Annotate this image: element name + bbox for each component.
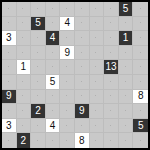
cell-r6c1[interactable] (17, 90, 32, 105)
clue-number: 1 (123, 33, 129, 43)
clue-number: 3 (6, 33, 12, 43)
cell-r8c4[interactable] (60, 119, 75, 134)
cell-r9c5[interactable]: 8 (75, 133, 90, 148)
cell-r2c1[interactable] (17, 31, 32, 46)
clue-number: 5 (50, 77, 56, 87)
cell-r8c3[interactable]: 4 (46, 119, 61, 134)
cell-r3c8[interactable] (119, 46, 134, 61)
cell-r5c5[interactable] (75, 75, 90, 90)
cell-r5c6[interactable] (90, 75, 105, 90)
cell-r2c0[interactable]: 3 (2, 31, 17, 46)
cell-r4c5[interactable] (75, 60, 90, 75)
cell-r4c1[interactable]: 1 (17, 60, 32, 75)
cell-r6c9[interactable]: 8 (133, 90, 148, 105)
cell-r7c5[interactable]: 9 (75, 104, 90, 119)
cell-r3c0[interactable] (2, 46, 17, 61)
clue-number: 2 (21, 136, 27, 146)
cell-r2c5[interactable] (75, 31, 90, 46)
cell-r0c3[interactable] (46, 2, 61, 17)
cell-r7c8[interactable] (119, 104, 134, 119)
cell-r1c4[interactable]: 4 (60, 17, 75, 32)
cell-r3c5[interactable] (75, 46, 90, 61)
cell-r8c2[interactable] (31, 119, 46, 134)
cell-r0c6[interactable] (90, 2, 105, 17)
puzzle-board: 55434191135982934528 (0, 0, 150, 150)
cell-r2c3[interactable]: 4 (46, 31, 61, 46)
cell-r9c6[interactable] (90, 133, 105, 148)
cell-r4c4[interactable] (60, 60, 75, 75)
clue-number: 9 (64, 48, 70, 58)
cell-r6c7[interactable] (104, 90, 119, 105)
cell-r9c2[interactable] (31, 133, 46, 148)
cell-r6c2[interactable] (31, 90, 46, 105)
clue-number: 8 (79, 136, 85, 146)
cell-r8c5[interactable] (75, 119, 90, 134)
cell-r0c4[interactable] (60, 2, 75, 17)
cell-r2c7[interactable] (104, 31, 119, 46)
cell-r6c8[interactable] (119, 90, 134, 105)
cell-r2c9[interactable] (133, 31, 148, 46)
clue-number: 9 (6, 91, 12, 101)
cell-r4c7[interactable]: 13 (104, 60, 119, 75)
cell-r5c7[interactable] (104, 75, 119, 90)
cell-r7c9[interactable] (133, 104, 148, 119)
cell-r0c5[interactable] (75, 2, 90, 17)
cell-r4c9[interactable] (133, 60, 148, 75)
cell-r7c7[interactable] (104, 104, 119, 119)
cell-r2c4[interactable] (60, 31, 75, 46)
clue-number: 13 (105, 62, 116, 72)
cell-r5c3[interactable]: 5 (46, 75, 61, 90)
cell-r5c9[interactable] (133, 75, 148, 90)
cell-r1c1[interactable] (17, 17, 32, 32)
clue-number: 5 (123, 4, 129, 14)
clue-number: 2 (35, 106, 41, 116)
cell-r7c1[interactable] (17, 104, 32, 119)
cell-r9c4[interactable] (60, 133, 75, 148)
cell-r3c7[interactable] (104, 46, 119, 61)
cell-r3c4[interactable]: 9 (60, 46, 75, 61)
cell-r5c0[interactable] (2, 75, 17, 90)
cell-r0c9[interactable] (133, 2, 148, 17)
cell-r3c1[interactable] (17, 46, 32, 61)
cell-r4c8[interactable] (119, 60, 134, 75)
cell-r1c5[interactable] (75, 17, 90, 32)
cell-r1c7[interactable] (104, 17, 119, 32)
cell-r8c6[interactable] (90, 119, 105, 134)
cell-r8c1[interactable] (17, 119, 32, 134)
clue-number: 5 (138, 121, 144, 131)
cell-r9c1[interactable]: 2 (17, 133, 32, 148)
cell-r5c4[interactable] (60, 75, 75, 90)
clue-number: 9 (79, 106, 85, 116)
cell-r3c9[interactable] (133, 46, 148, 61)
cell-r4c3[interactable] (46, 60, 61, 75)
cell-r1c9[interactable] (133, 17, 148, 32)
cell-r9c9[interactable] (133, 133, 148, 148)
cell-r1c3[interactable] (46, 17, 61, 32)
cell-r5c2[interactable] (31, 75, 46, 90)
cell-r4c2[interactable] (31, 60, 46, 75)
cell-r6c6[interactable] (90, 90, 105, 105)
cell-r8c8[interactable] (119, 119, 134, 134)
cell-r3c6[interactable] (90, 46, 105, 61)
cell-r0c1[interactable] (17, 2, 32, 17)
clue-number: 4 (50, 121, 56, 131)
cell-r1c0[interactable] (2, 17, 17, 32)
cell-r8c0[interactable]: 3 (2, 119, 17, 134)
cell-r4c0[interactable] (2, 60, 17, 75)
cell-r0c8[interactable]: 5 (119, 2, 134, 17)
cell-r5c8[interactable] (119, 75, 134, 90)
cell-r3c3[interactable] (46, 46, 61, 61)
clue-number: 4 (64, 18, 70, 28)
clue-number: 5 (35, 18, 41, 28)
cell-r4c6[interactable] (90, 60, 105, 75)
cell-r5c1[interactable] (17, 75, 32, 90)
cell-r9c7[interactable] (104, 133, 119, 148)
cell-r0c2[interactable] (31, 2, 46, 17)
cell-r1c2[interactable]: 5 (31, 17, 46, 32)
cell-r0c7[interactable] (104, 2, 119, 17)
cell-r7c3[interactable] (46, 104, 61, 119)
cell-r6c5[interactable] (75, 90, 90, 105)
clue-number: 8 (138, 91, 144, 101)
cell-r7c2[interactable]: 2 (31, 104, 46, 119)
cell-r6c0[interactable]: 9 (2, 90, 17, 105)
cell-r2c6[interactable] (90, 31, 105, 46)
cell-r2c8[interactable]: 1 (119, 31, 134, 46)
clue-number: 1 (21, 62, 27, 72)
cell-r1c6[interactable] (90, 17, 105, 32)
cell-r6c4[interactable] (60, 90, 75, 105)
cell-r3c2[interactable] (31, 46, 46, 61)
clue-number: 4 (50, 33, 56, 43)
cell-r0c0[interactable] (2, 2, 17, 17)
cell-r7c4[interactable] (60, 104, 75, 119)
cell-r1c8[interactable] (119, 17, 134, 32)
cell-r6c3[interactable] (46, 90, 61, 105)
cell-r7c6[interactable] (90, 104, 105, 119)
cell-r2c2[interactable] (31, 31, 46, 46)
cell-r7c0[interactable] (2, 104, 17, 119)
cell-r8c7[interactable] (104, 119, 119, 134)
cell-r8c9[interactable]: 5 (133, 119, 148, 134)
cell-r9c0[interactable] (2, 133, 17, 148)
cell-r9c3[interactable] (46, 133, 61, 148)
clue-number: 3 (6, 121, 12, 131)
cell-r9c8[interactable] (119, 133, 134, 148)
